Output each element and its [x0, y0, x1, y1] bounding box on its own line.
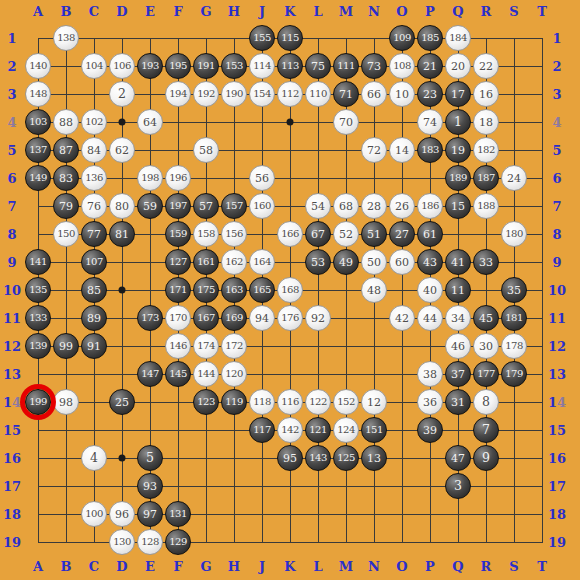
move-number: 53 — [311, 257, 325, 268]
stone-white-144-G13[interactable]: 144 — [193, 361, 219, 387]
stone-black-151-N15[interactable]: 151 — [361, 417, 387, 443]
stone-black-91-C12[interactable]: 91 — [81, 333, 107, 359]
col-label-bottom-C: C — [89, 559, 99, 574]
move-number: 81 — [115, 229, 129, 240]
stone-black-41-Q9[interactable]: 41 — [445, 249, 471, 275]
move-number: 187 — [477, 173, 495, 183]
move-number: 128 — [141, 537, 159, 547]
move-number: 189 — [449, 173, 467, 183]
move-number: 18 — [479, 117, 493, 128]
stone-black-97-E18[interactable]: 97 — [137, 501, 163, 527]
move-number: 167 — [197, 313, 215, 323]
stone-black-191-G2[interactable]: 191 — [193, 53, 219, 79]
move-number: 162 — [225, 257, 243, 267]
stone-white-168-K10[interactable]: 168 — [277, 277, 303, 303]
stone-white-128-E19[interactable]: 128 — [137, 529, 163, 555]
stone-white-186-P7[interactable]: 186 — [417, 193, 443, 219]
stone-black-163-H10[interactable]: 163 — [221, 277, 247, 303]
move-number: 72 — [367, 145, 381, 156]
stone-white-4-C16[interactable]: 4 — [81, 445, 107, 471]
stone-white-60-O9[interactable]: 60 — [389, 249, 415, 275]
move-number: 102 — [85, 117, 103, 127]
move-number: 83 — [59, 173, 73, 184]
stone-black-85-C10[interactable]: 85 — [81, 277, 107, 303]
move-number: 34 — [451, 313, 465, 324]
move-number: 112 — [281, 89, 299, 99]
stone-white-72-N5[interactable]: 72 — [361, 137, 387, 163]
stone-black-179-S13[interactable]: 179 — [501, 361, 527, 387]
move-number: 106 — [113, 61, 131, 71]
move-number: 180 — [505, 229, 523, 239]
stone-white-130-D19[interactable]: 130 — [109, 529, 135, 555]
stone-white-108-O2[interactable]: 108 — [389, 53, 415, 79]
stone-black-75-L2[interactable]: 75 — [305, 53, 331, 79]
move-number: 114 — [253, 61, 271, 71]
stone-black-71-M3[interactable]: 71 — [333, 81, 359, 107]
stone-black-139-A12[interactable]: 139 — [25, 333, 51, 359]
stone-black-109-O1[interactable]: 109 — [389, 25, 415, 51]
stone-black-13-N16[interactable]: 13 — [361, 445, 387, 471]
move-number: 119 — [225, 397, 243, 407]
stone-white-46-Q12[interactable]: 46 — [445, 333, 471, 359]
stone-black-83-B6[interactable]: 83 — [53, 165, 79, 191]
move-number: 127 — [169, 257, 187, 267]
stone-black-9-R16[interactable]: 9 — [473, 445, 499, 471]
stone-white-26-O7[interactable]: 26 — [389, 193, 415, 219]
stone-white-102-C4[interactable]: 102 — [81, 109, 107, 135]
move-number: 57 — [199, 201, 213, 212]
stone-black-15-Q7[interactable]: 15 — [445, 193, 471, 219]
stone-white-10-O3[interactable]: 10 — [389, 81, 415, 107]
stone-black-189-Q6[interactable]: 189 — [445, 165, 471, 191]
stone-black-3-Q17[interactable]: 3 — [445, 473, 471, 499]
stone-white-158-G8[interactable]: 158 — [193, 221, 219, 247]
stone-black-157-H7[interactable]: 157 — [221, 193, 247, 219]
stone-white-114-J2[interactable]: 114 — [249, 53, 275, 79]
stone-black-103-A4[interactable]: 103 — [25, 109, 51, 135]
stone-white-2-D3[interactable]: 2 — [109, 81, 135, 107]
stone-black-81-D8[interactable]: 81 — [109, 221, 135, 247]
move-number: 166 — [281, 229, 299, 239]
row-label-right-14: 14 — [548, 395, 566, 410]
stone-white-116-K14[interactable]: 116 — [277, 389, 303, 415]
stone-black-193-E2[interactable]: 193 — [137, 53, 163, 79]
stone-black-173-E11[interactable]: 173 — [137, 305, 163, 331]
move-number: 131 — [169, 509, 187, 519]
stone-black-137-A5[interactable]: 137 — [25, 137, 51, 163]
move-number: 116 — [281, 397, 299, 407]
stone-black-143-L16[interactable]: 143 — [305, 445, 331, 471]
stone-black-165-J10[interactable]: 165 — [249, 277, 275, 303]
stone-black-121-L15[interactable]: 121 — [305, 417, 331, 443]
move-number: 50 — [367, 257, 381, 268]
move-number: 163 — [225, 285, 243, 295]
stone-white-172-H12[interactable]: 172 — [221, 333, 247, 359]
stone-black-57-G7[interactable]: 57 — [193, 193, 219, 219]
stone-black-33-R9[interactable]: 33 — [473, 249, 499, 275]
stone-black-7-R15[interactable]: 7 — [473, 417, 499, 443]
move-number: 141 — [29, 257, 47, 267]
stone-white-118-J14[interactable]: 118 — [249, 389, 275, 415]
move-number: 149 — [29, 173, 47, 183]
stone-black-185-P1[interactable]: 185 — [417, 25, 443, 51]
col-label-top-Q: Q — [452, 4, 463, 19]
move-number: 76 — [87, 201, 101, 212]
stone-black-89-C11[interactable]: 89 — [81, 305, 107, 331]
move-number: 158 — [197, 229, 215, 239]
stone-black-119-H14[interactable]: 119 — [221, 389, 247, 415]
stone-black-123-G14[interactable]: 123 — [193, 389, 219, 415]
stone-black-27-O8[interactable]: 27 — [389, 221, 415, 247]
move-number: 54 — [311, 201, 325, 212]
stone-black-99-B12[interactable]: 99 — [53, 333, 79, 359]
stone-white-198-E6[interactable]: 198 — [137, 165, 163, 191]
stone-white-84-C5[interactable]: 84 — [81, 137, 107, 163]
stone-white-142-K15[interactable]: 142 — [277, 417, 303, 443]
stone-white-110-L3[interactable]: 110 — [305, 81, 331, 107]
stone-white-34-Q11[interactable]: 34 — [445, 305, 471, 331]
stone-black-93-E17[interactable]: 93 — [137, 473, 163, 499]
star-point-D4 — [119, 119, 126, 126]
stone-white-140-A2[interactable]: 140 — [25, 53, 51, 79]
stone-black-49-M9[interactable]: 49 — [333, 249, 359, 275]
stone-black-77-C8[interactable]: 77 — [81, 221, 107, 247]
stone-white-44-P11[interactable]: 44 — [417, 305, 443, 331]
move-number: 154 — [253, 89, 271, 99]
col-label-bottom-L: L — [313, 559, 322, 574]
stone-white-12-N14[interactable]: 12 — [361, 389, 387, 415]
stone-white-20-Q2[interactable]: 20 — [445, 53, 471, 79]
stone-black-195-F2[interactable]: 195 — [165, 53, 191, 79]
stone-black-147-E13[interactable]: 147 — [137, 361, 163, 387]
stone-white-122-L14[interactable]: 122 — [305, 389, 331, 415]
stone-white-94-J11[interactable]: 94 — [249, 305, 275, 331]
col-label-top-L: L — [313, 4, 322, 19]
stone-white-28-N7[interactable]: 28 — [361, 193, 387, 219]
stone-black-159-F8[interactable]: 159 — [165, 221, 191, 247]
stone-black-23-P3[interactable]: 23 — [417, 81, 443, 107]
stone-white-170-F11[interactable]: 170 — [165, 305, 191, 331]
stone-black-59-E7[interactable]: 59 — [137, 193, 163, 219]
stone-black-1-Q4[interactable]: 1 — [445, 109, 471, 135]
stone-white-192-G3[interactable]: 192 — [193, 81, 219, 107]
stone-black-169-H11[interactable]: 169 — [221, 305, 247, 331]
row-label-left-13: 13 — [3, 367, 21, 382]
move-number: 66 — [367, 89, 381, 100]
stone-white-154-J3[interactable]: 154 — [249, 81, 275, 107]
stone-white-50-N9[interactable]: 50 — [361, 249, 387, 275]
move-number: 36 — [423, 397, 437, 408]
star-point-D10 — [119, 287, 126, 294]
star-point-K4 — [287, 119, 294, 126]
col-label-bottom-H: H — [228, 559, 240, 574]
row-label-left-1: 1 — [7, 31, 16, 46]
stone-white-162-H9[interactable]: 162 — [221, 249, 247, 275]
move-number: 47 — [451, 453, 465, 464]
move-number: 140 — [29, 61, 47, 71]
move-number: 88 — [59, 117, 73, 128]
move-number: 161 — [197, 257, 215, 267]
stone-black-117-J15[interactable]: 117 — [249, 417, 275, 443]
move-number: 8 — [482, 396, 490, 409]
stone-white-180-S8[interactable]: 180 — [501, 221, 527, 247]
stone-black-181-S11[interactable]: 181 — [501, 305, 527, 331]
stone-black-25-D14[interactable]: 25 — [109, 389, 135, 415]
stone-white-96-D18[interactable]: 96 — [109, 501, 135, 527]
stone-white-80-D7[interactable]: 80 — [109, 193, 135, 219]
stone-white-66-N3[interactable]: 66 — [361, 81, 387, 107]
stone-black-155-J1[interactable]: 155 — [249, 25, 275, 51]
stone-white-70-M4[interactable]: 70 — [333, 109, 359, 135]
stone-white-156-H8[interactable]: 156 — [221, 221, 247, 247]
stone-white-98-B14[interactable]: 98 — [53, 389, 79, 415]
stone-black-17-Q3[interactable]: 17 — [445, 81, 471, 107]
stone-white-64-E4[interactable]: 64 — [137, 109, 163, 135]
stone-black-39-P15[interactable]: 39 — [417, 417, 443, 443]
stone-black-129-F19[interactable]: 129 — [165, 529, 191, 555]
stone-white-40-P10[interactable]: 40 — [417, 277, 443, 303]
col-label-bottom-O: O — [396, 559, 407, 574]
move-number: 77 — [87, 229, 101, 240]
row-label-left-10: 10 — [3, 283, 21, 298]
stone-black-141-A9[interactable]: 141 — [25, 249, 51, 275]
move-number: 164 — [253, 257, 271, 267]
move-number: 137 — [29, 145, 47, 155]
stone-white-112-K3[interactable]: 112 — [277, 81, 303, 107]
move-number: 59 — [143, 201, 157, 212]
row-label-left-18: 18 — [3, 507, 21, 522]
stone-black-43-P9[interactable]: 43 — [417, 249, 443, 275]
move-number: 103 — [29, 117, 47, 127]
stone-white-62-D5[interactable]: 62 — [109, 137, 135, 163]
stone-white-14-O5[interactable]: 14 — [389, 137, 415, 163]
stone-white-152-M14[interactable]: 152 — [333, 389, 359, 415]
move-number: 107 — [85, 257, 103, 267]
col-label-top-A: A — [33, 4, 43, 19]
stone-black-107-C9[interactable]: 107 — [81, 249, 107, 275]
stone-black-133-A11[interactable]: 133 — [25, 305, 51, 331]
move-number: 177 — [477, 369, 495, 379]
move-number: 91 — [87, 341, 101, 352]
go-board-diagram: AABBCCDDEEFFGGHHJJKKLLMMNNOOPPQQRRSSTT11… — [0, 0, 580, 580]
row-label-right-15: 15 — [548, 423, 566, 438]
move-number: 109 — [393, 33, 411, 43]
stone-white-42-O11[interactable]: 42 — [389, 305, 415, 331]
stone-black-187-R6[interactable]: 187 — [473, 165, 499, 191]
move-number: 147 — [141, 369, 159, 379]
stone-black-31-Q14[interactable]: 31 — [445, 389, 471, 415]
stone-black-19-Q5[interactable]: 19 — [445, 137, 471, 163]
row-label-left-2: 2 — [7, 59, 16, 74]
stone-black-79-B7[interactable]: 79 — [53, 193, 79, 219]
move-number: 44 — [423, 313, 437, 324]
stone-black-183-P5[interactable]: 183 — [417, 137, 443, 163]
move-number: 170 — [169, 313, 187, 323]
stone-black-153-H2[interactable]: 153 — [221, 53, 247, 79]
col-label-bottom-E: E — [145, 559, 155, 574]
row-label-right-19: 19 — [548, 535, 566, 550]
stone-black-47-Q16[interactable]: 47 — [445, 445, 471, 471]
move-number: 123 — [197, 397, 215, 407]
move-number: 7 — [482, 424, 490, 437]
stone-black-197-F7[interactable]: 197 — [165, 193, 191, 219]
move-number: 139 — [29, 341, 47, 351]
row-label-left-3: 3 — [7, 87, 16, 102]
stone-black-177-R13[interactable]: 177 — [473, 361, 499, 387]
stone-white-196-F6[interactable]: 196 — [165, 165, 191, 191]
stone-black-149-A6[interactable]: 149 — [25, 165, 51, 191]
move-number: 11 — [451, 285, 465, 296]
stone-black-53-L9[interactable]: 53 — [305, 249, 331, 275]
stone-white-76-C7[interactable]: 76 — [81, 193, 107, 219]
stone-white-58-G5[interactable]: 58 — [193, 137, 219, 163]
stone-white-30-R12[interactable]: 30 — [473, 333, 499, 359]
stone-black-95-K16[interactable]: 95 — [277, 445, 303, 471]
stone-black-11-Q10[interactable]: 11 — [445, 277, 471, 303]
stone-white-166-K8[interactable]: 166 — [277, 221, 303, 247]
stone-black-35-S10[interactable]: 35 — [501, 277, 527, 303]
move-number: 151 — [365, 425, 383, 435]
move-number: 157 — [225, 201, 243, 211]
move-number: 169 — [225, 313, 243, 323]
move-number: 110 — [309, 89, 327, 99]
stone-white-120-H13[interactable]: 120 — [221, 361, 247, 387]
move-number: 15 — [451, 201, 465, 212]
stone-white-106-D2[interactable]: 106 — [109, 53, 135, 79]
move-number: 40 — [423, 285, 437, 296]
stone-white-182-R5[interactable]: 182 — [473, 137, 499, 163]
move-number: 22 — [479, 61, 493, 72]
row-label-left-5: 5 — [7, 143, 16, 158]
move-number: 186 — [421, 201, 439, 211]
stone-black-73-N2[interactable]: 73 — [361, 53, 387, 79]
stone-black-145-F13[interactable]: 145 — [165, 361, 191, 387]
stone-white-36-P14[interactable]: 36 — [417, 389, 443, 415]
row-label-left-14: 14 — [3, 395, 21, 410]
stone-black-37-Q13[interactable]: 37 — [445, 361, 471, 387]
stone-black-199-A14[interactable]: 199 — [25, 389, 51, 415]
stone-white-74-P4[interactable]: 74 — [417, 109, 443, 135]
row-label-right-12: 12 — [548, 339, 566, 354]
stone-black-125-M16[interactable]: 125 — [333, 445, 359, 471]
col-label-top-O: O — [396, 4, 407, 19]
stone-white-68-M7[interactable]: 68 — [333, 193, 359, 219]
stone-black-115-K1[interactable]: 115 — [277, 25, 303, 51]
stone-black-111-M2[interactable]: 111 — [333, 53, 359, 79]
stone-white-22-R2[interactable]: 22 — [473, 53, 499, 79]
col-label-bottom-B: B — [61, 559, 72, 574]
stone-black-131-F18[interactable]: 131 — [165, 501, 191, 527]
stone-white-194-F3[interactable]: 194 — [165, 81, 191, 107]
stone-white-100-C18[interactable]: 100 — [81, 501, 107, 527]
move-number: 92 — [311, 313, 325, 324]
stone-black-167-G11[interactable]: 167 — [193, 305, 219, 331]
stone-white-138-B1[interactable]: 138 — [53, 25, 79, 51]
stone-white-18-R4[interactable]: 18 — [473, 109, 499, 135]
stone-white-164-J9[interactable]: 164 — [249, 249, 275, 275]
stone-black-171-F10[interactable]: 171 — [165, 277, 191, 303]
move-number: 61 — [423, 229, 437, 240]
move-number: 10 — [395, 89, 409, 100]
move-number: 181 — [505, 313, 523, 323]
stone-white-190-H3[interactable]: 190 — [221, 81, 247, 107]
row-label-left-6: 6 — [7, 171, 16, 186]
move-number: 49 — [339, 257, 353, 268]
move-number: 95 — [283, 453, 297, 464]
stone-white-8-R14[interactable]: 8 — [473, 389, 499, 415]
move-number: 79 — [59, 201, 73, 212]
row-label-left-4: 4 — [7, 115, 16, 130]
stone-white-184-Q1[interactable]: 184 — [445, 25, 471, 51]
stone-black-113-K2[interactable]: 113 — [277, 53, 303, 79]
col-label-bottom-G: G — [200, 559, 211, 574]
move-number: 145 — [169, 369, 187, 379]
stone-black-21-P2[interactable]: 21 — [417, 53, 443, 79]
stone-black-87-B5[interactable]: 87 — [53, 137, 79, 163]
col-label-top-P: P — [425, 4, 435, 19]
move-number: 24 — [507, 173, 521, 184]
stone-black-127-F9[interactable]: 127 — [165, 249, 191, 275]
stone-white-54-L7[interactable]: 54 — [305, 193, 331, 219]
stone-white-150-B8[interactable]: 150 — [53, 221, 79, 247]
col-label-bottom-P: P — [425, 559, 435, 574]
move-number: 190 — [225, 89, 243, 99]
stone-black-51-N8[interactable]: 51 — [361, 221, 387, 247]
stone-black-61-P8[interactable]: 61 — [417, 221, 443, 247]
stone-white-48-N10[interactable]: 48 — [361, 277, 387, 303]
stone-white-160-J7[interactable]: 160 — [249, 193, 275, 219]
move-number: 60 — [395, 257, 409, 268]
stone-white-88-B4[interactable]: 88 — [53, 109, 79, 135]
stone-white-136-C6[interactable]: 136 — [81, 165, 107, 191]
stone-white-92-L11[interactable]: 92 — [305, 305, 331, 331]
move-number: 195 — [169, 61, 187, 71]
move-number: 192 — [197, 89, 215, 99]
stone-white-176-K11[interactable]: 176 — [277, 305, 303, 331]
stone-white-174-G12[interactable]: 174 — [193, 333, 219, 359]
stone-white-16-R3[interactable]: 16 — [473, 81, 499, 107]
move-number: 172 — [225, 341, 243, 351]
move-number: 30 — [479, 341, 493, 352]
move-number: 12 — [367, 397, 381, 408]
row-label-left-17: 17 — [3, 479, 21, 494]
stone-white-146-F12[interactable]: 146 — [165, 333, 191, 359]
move-number: 196 — [169, 173, 187, 183]
stone-white-188-R7[interactable]: 188 — [473, 193, 499, 219]
stone-white-38-P13[interactable]: 38 — [417, 361, 443, 387]
move-number: 14 — [395, 145, 409, 156]
move-number: 122 — [309, 397, 327, 407]
stone-black-135-A10[interactable]: 135 — [25, 277, 51, 303]
stone-white-56-J6[interactable]: 56 — [249, 165, 275, 191]
stone-white-52-M8[interactable]: 52 — [333, 221, 359, 247]
stone-black-67-L8[interactable]: 67 — [305, 221, 331, 247]
move-number: 96 — [115, 509, 129, 520]
stone-white-24-S6[interactable]: 24 — [501, 165, 527, 191]
stone-black-175-G10[interactable]: 175 — [193, 277, 219, 303]
stone-black-45-R11[interactable]: 45 — [473, 305, 499, 331]
stone-white-104-C2[interactable]: 104 — [81, 53, 107, 79]
stone-white-148-A3[interactable]: 148 — [25, 81, 51, 107]
stone-black-5-E16[interactable]: 5 — [137, 445, 163, 471]
move-number: 183 — [421, 145, 439, 155]
move-number: 194 — [169, 89, 187, 99]
stone-white-124-M15[interactable]: 124 — [333, 417, 359, 443]
move-number: 35 — [507, 285, 521, 296]
stone-white-178-S12[interactable]: 178 — [501, 333, 527, 359]
stone-black-161-G9[interactable]: 161 — [193, 249, 219, 275]
move-number: 28 — [367, 201, 381, 212]
